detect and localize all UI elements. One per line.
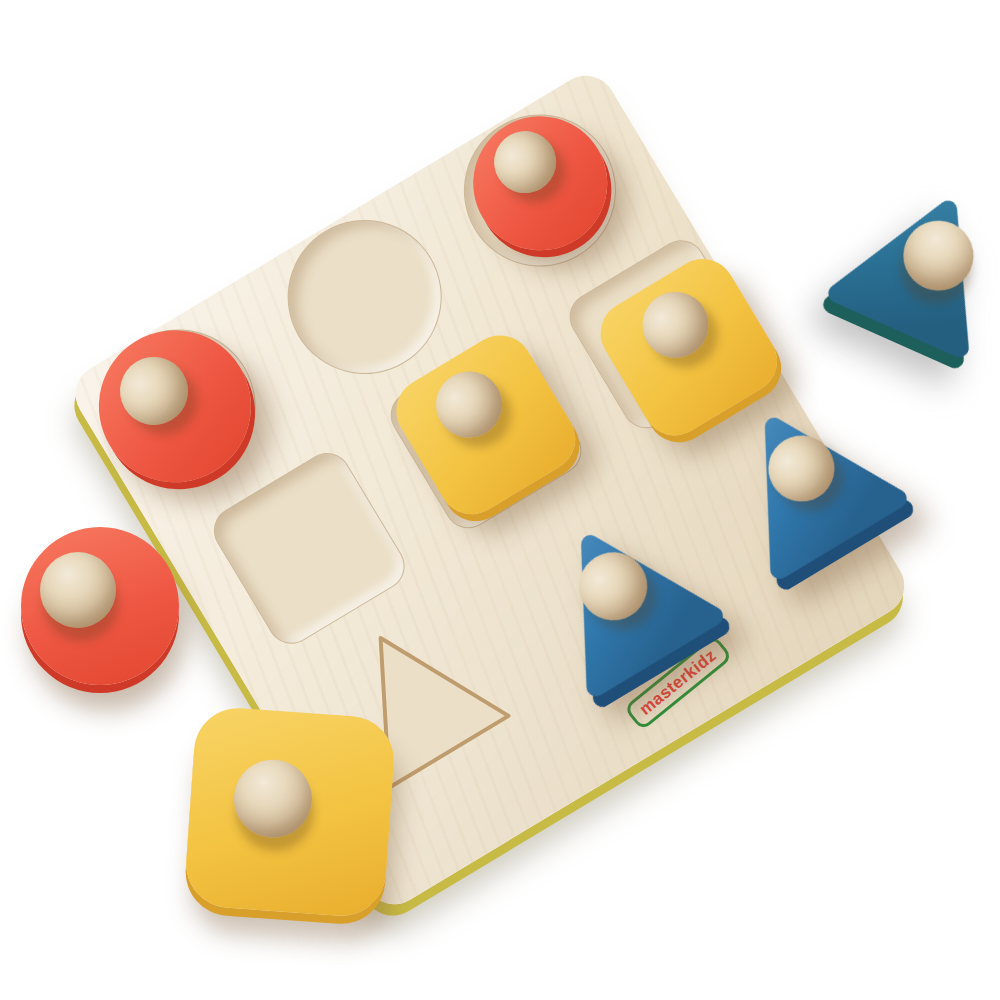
piece-red-circle-loose[interactable] [21,527,179,685]
piece-red-circle-left[interactable] [71,302,280,511]
piece-red-circle-right[interactable] [448,91,632,275]
recess-square-left[interactable] [205,444,414,653]
piece-yellow-square-loose[interactable] [183,705,396,918]
piece-blue-triangle-loose[interactable] [811,163,1000,373]
scene: masterkidz [0,0,1000,1000]
wooden-knob[interactable] [40,552,116,628]
